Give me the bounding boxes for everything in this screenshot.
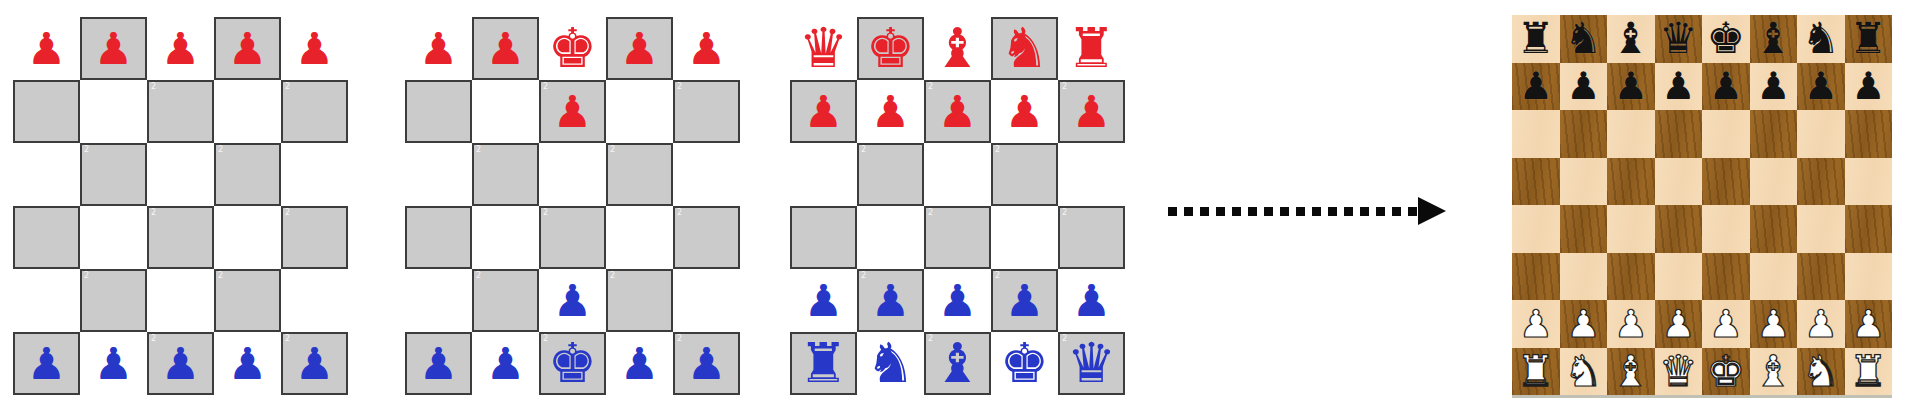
blue-pawn: ♟ (804, 279, 843, 323)
corner-mark-artifact: 2 (151, 334, 156, 343)
pawns-and-kings-minichess-square-r6c4: ♟ (606, 332, 673, 395)
white-pawn: ♟ (1851, 305, 1885, 343)
red-pawn: ♟ (486, 27, 525, 71)
white-king: ♚ (1706, 350, 1745, 393)
pawns-only-minichess-square-r1c1: ♟ (13, 17, 80, 80)
pawns-only-minichess-square-r1c5: ♟ (281, 17, 348, 80)
white-knight: ♞ (1564, 350, 1603, 393)
pawns-and-kings-minichess-square-r5c5 (673, 269, 740, 332)
pawns-only-minichess-square-r6c3: 2♟ (147, 332, 214, 395)
standard-chessboard-square-r4c7 (1797, 158, 1845, 206)
pawns-only-minichess-square-r4c3: 2 (147, 206, 214, 269)
standard-chessboard-square-r5c1 (1512, 205, 1560, 253)
black-rook: ♜ (1516, 17, 1555, 60)
blue-bishop: ♝ (933, 336, 982, 391)
pawns-only-minichess-square-r2c2 (80, 80, 147, 143)
red-king: ♚ (548, 21, 597, 76)
full-army-minichess-square-r2c4: ♟ (991, 80, 1058, 143)
standard-chessboard-square-r1c5: ♚ (1702, 15, 1750, 63)
black-pawn: ♟ (1519, 67, 1553, 105)
pawns-and-kings-minichess-square-r1c2: ♟ (472, 17, 539, 80)
pawns-and-kings-minichess-square-r3c4: 2 (606, 143, 673, 206)
red-pawn: ♟ (804, 90, 843, 134)
pawns-and-kings-minichess-square-r1c1: ♟ (405, 17, 472, 80)
full-army-minichess-square-r4c1 (790, 206, 857, 269)
red-pawn: ♟ (687, 27, 726, 71)
red-pawn: ♟ (295, 27, 334, 71)
full-army-minichess-square-r5c2: 2♟ (857, 269, 924, 332)
progression-arrow (1168, 196, 1448, 226)
full-army-minichess-square-r3c4: 2 (991, 143, 1058, 206)
standard-chessboard-square-r1c7: ♞ (1797, 15, 1845, 63)
corner-mark-artifact: 2 (151, 82, 156, 91)
pawns-and-kings-minichess-square-r5c2: 2 (472, 269, 539, 332)
standard-chessboard-square-r1c8: ♜ (1845, 15, 1893, 63)
red-pawn: ♟ (1005, 90, 1044, 134)
corner-mark-artifact: 2 (610, 271, 615, 280)
arrow-dashed-line (1168, 207, 1420, 216)
black-knight: ♞ (1801, 17, 1840, 60)
blue-pawn: ♟ (553, 279, 592, 323)
pawns-and-kings-minichess-square-r4c5: 2 (673, 206, 740, 269)
white-pawn: ♟ (1756, 305, 1790, 343)
red-pawn: ♟ (620, 27, 659, 71)
corner-mark-artifact: 2 (1062, 208, 1067, 217)
pawns-and-kings-minichess-square-r5c1 (405, 269, 472, 332)
pawns-only-minichess-square-r2c3: 2 (147, 80, 214, 143)
full-army-minichess-square-r1c3: ♝ (924, 17, 991, 80)
pawns-and-kings-minichess-square-r2c2 (472, 80, 539, 143)
blue-pawn: ♟ (94, 342, 133, 386)
red-pawn: ♟ (27, 27, 66, 71)
blue-pawn: ♟ (161, 342, 200, 386)
blue-pawn: ♟ (1005, 279, 1044, 323)
black-pawn: ♟ (1756, 67, 1790, 105)
standard-chessboard-square-r2c7: ♟ (1797, 63, 1845, 111)
black-pawn: ♟ (1661, 67, 1695, 105)
pawns-and-kings-minichess-square-r4c4 (606, 206, 673, 269)
standard-chessboard-square-r1c6: ♝ (1750, 15, 1798, 63)
pawns-and-kings-minichess-square-r3c2: 2 (472, 143, 539, 206)
full-army-minichess-square-r4c5: 2 (1058, 206, 1125, 269)
standard-chessboard-square-r8c8: ♜ (1845, 348, 1893, 396)
blue-knight: ♞ (866, 336, 915, 391)
full-army-minichess-square-r3c1 (790, 143, 857, 206)
standard-chessboard-square-r4c2 (1560, 158, 1608, 206)
black-bishop: ♝ (1754, 17, 1793, 60)
full-army-minichess-square-r4c3: 2 (924, 206, 991, 269)
white-pawn: ♟ (1804, 305, 1838, 343)
white-pawn: ♟ (1709, 305, 1743, 343)
full-army-minichess-square-r2c2: ♟ (857, 80, 924, 143)
blue-pawn: ♟ (295, 342, 334, 386)
blue-pawn: ♟ (871, 279, 910, 323)
pawns-and-kings-minichess-square-r1c4: ♟ (606, 17, 673, 80)
corner-mark-artifact: 2 (543, 334, 548, 343)
red-pawn: ♟ (938, 90, 977, 134)
pawns-only-minichess-square-r3c4: 2 (214, 143, 281, 206)
red-king: ♚ (866, 21, 915, 76)
pawns-and-kings-minichess-square-r4c1 (405, 206, 472, 269)
black-queen: ♛ (1659, 17, 1698, 60)
pawns-and-kings-minichess-square-r2c3: 2♟ (539, 80, 606, 143)
full-army-minichess-square-r2c5: 2♟ (1058, 80, 1125, 143)
standard-chessboard-square-r7c2: ♟ (1560, 300, 1608, 348)
corner-mark-artifact: 2 (285, 208, 290, 217)
standard-chessboard-square-r8c5: ♚ (1702, 348, 1750, 396)
chess-evolution-figure: ♟♟♟♟♟22222222♟♟2♟♟2♟ ♟♟♚♟♟2♟222222♟2♟♟2♚… (0, 0, 1906, 410)
red-pawn: ♟ (871, 90, 910, 134)
standard-chessboard-square-r6c1 (1512, 253, 1560, 301)
corner-mark-artifact: 2 (543, 208, 548, 217)
blue-pawn: ♟ (687, 342, 726, 386)
black-pawn: ♟ (1709, 67, 1743, 105)
blue-pawn: ♟ (419, 342, 458, 386)
black-knight: ♞ (1564, 17, 1603, 60)
board-full-army-minichess: ♛♚♝♞♜♟♟2♟♟2♟2222♟2♟♟2♟♟♜♞2♝♚2♛ (790, 17, 1125, 395)
pawns-only-minichess-square-r1c3: ♟ (147, 17, 214, 80)
pawns-only-minichess-square-r4c4 (214, 206, 281, 269)
standard-chessboard-square-r8c6: ♝ (1750, 348, 1798, 396)
corner-mark-artifact: 2 (543, 82, 548, 91)
standard-chessboard-square-r5c4 (1655, 205, 1703, 253)
red-rook: ♜ (1067, 21, 1116, 76)
pawns-only-minichess-square-r1c2: ♟ (80, 17, 147, 80)
full-army-minichess-square-r4c4 (991, 206, 1058, 269)
standard-chessboard-square-r2c5: ♟ (1702, 63, 1750, 111)
full-army-minichess-square-r6c5: 2♛ (1058, 332, 1125, 395)
pawns-and-kings-minichess-square-r1c3: ♚ (539, 17, 606, 80)
blue-king: ♚ (548, 336, 597, 391)
standard-chessboard-square-r8c4: ♛ (1655, 348, 1703, 396)
standard-chessboard-square-r5c3 (1607, 205, 1655, 253)
pawns-and-kings-minichess-square-r6c3: 2♚ (539, 332, 606, 395)
black-bishop: ♝ (1611, 17, 1650, 60)
full-army-minichess-square-r1c1: ♛ (790, 17, 857, 80)
standard-chessboard-square-r6c3 (1607, 253, 1655, 301)
corner-mark-artifact: 2 (995, 145, 1000, 154)
blue-pawn: ♟ (1072, 279, 1111, 323)
blue-pawn: ♟ (27, 342, 66, 386)
full-army-minichess-square-r5c3: ♟ (924, 269, 991, 332)
standard-chessboard-square-r3c4 (1655, 110, 1703, 158)
corner-mark-artifact: 2 (1062, 334, 1067, 343)
pawns-and-kings-minichess-square-r2c1 (405, 80, 472, 143)
blue-pawn: ♟ (486, 342, 525, 386)
black-pawn: ♟ (1804, 67, 1838, 105)
corner-mark-artifact: 2 (928, 334, 933, 343)
red-pawn: ♟ (419, 27, 458, 71)
pawns-only-minichess-square-r4c5: 2 (281, 206, 348, 269)
black-rook: ♜ (1849, 17, 1888, 60)
pawns-only-minichess-square-r3c2: 2 (80, 143, 147, 206)
board-pawns-only-minichess: ♟♟♟♟♟22222222♟♟2♟♟2♟ (13, 17, 348, 395)
white-rook: ♜ (1516, 350, 1555, 393)
pawns-and-kings-minichess-square-r3c5 (673, 143, 740, 206)
standard-chessboard-square-r7c7: ♟ (1797, 300, 1845, 348)
standard-chessboard-square-r6c7 (1797, 253, 1845, 301)
standard-chessboard-square-r3c3 (1607, 110, 1655, 158)
full-army-minichess-square-r1c5: ♜ (1058, 17, 1125, 80)
white-bishop: ♝ (1754, 350, 1793, 393)
pawns-only-minichess-square-r5c5 (281, 269, 348, 332)
corner-mark-artifact: 2 (677, 82, 682, 91)
full-army-minichess-square-r2c3: 2♟ (924, 80, 991, 143)
corner-mark-artifact: 2 (928, 82, 933, 91)
standard-chessboard-square-r1c3: ♝ (1607, 15, 1655, 63)
white-pawn: ♟ (1661, 305, 1695, 343)
full-army-minichess-square-r6c4: ♚ (991, 332, 1058, 395)
corner-mark-artifact: 2 (218, 271, 223, 280)
white-bishop: ♝ (1611, 350, 1650, 393)
pawns-only-minichess-square-r2c4 (214, 80, 281, 143)
standard-chessboard-square-r3c2 (1560, 110, 1608, 158)
pawns-only-minichess-square-r3c1 (13, 143, 80, 206)
white-knight: ♞ (1801, 350, 1840, 393)
pawns-and-kings-minichess-square-r4c2 (472, 206, 539, 269)
standard-chessboard-square-r3c5 (1702, 110, 1750, 158)
corner-mark-artifact: 2 (476, 145, 481, 154)
corner-mark-artifact: 2 (861, 271, 866, 280)
pawns-only-minichess-square-r5c4: 2 (214, 269, 281, 332)
standard-chessboard-square-r8c1: ♜ (1512, 348, 1560, 396)
corner-mark-artifact: 2 (677, 334, 682, 343)
corner-mark-artifact: 2 (218, 145, 223, 154)
standard-chessboard-square-r4c4 (1655, 158, 1703, 206)
full-army-minichess-square-r3c3 (924, 143, 991, 206)
full-army-minichess-square-r5c1: ♟ (790, 269, 857, 332)
red-queen: ♛ (799, 21, 848, 76)
standard-chessboard-square-r6c6 (1750, 253, 1798, 301)
full-army-minichess-square-r1c4: ♞ (991, 17, 1058, 80)
standard-chessboard-square-r2c3: ♟ (1607, 63, 1655, 111)
standard-chessboard-square-r6c4 (1655, 253, 1703, 301)
corner-mark-artifact: 2 (861, 145, 866, 154)
full-army-minichess-square-r5c4: 2♟ (991, 269, 1058, 332)
blue-pawn: ♟ (228, 342, 267, 386)
full-army-minichess-square-r4c2 (857, 206, 924, 269)
white-pawn: ♟ (1519, 305, 1553, 343)
blue-pawn: ♟ (938, 279, 977, 323)
standard-chessboard-square-r3c8 (1845, 110, 1893, 158)
full-army-minichess-square-r2c1: ♟ (790, 80, 857, 143)
corner-mark-artifact: 2 (677, 208, 682, 217)
pawns-and-kings-minichess-square-r3c3 (539, 143, 606, 206)
corner-mark-artifact: 2 (84, 271, 89, 280)
corner-mark-artifact: 2 (1062, 82, 1067, 91)
corner-mark-artifact: 2 (995, 271, 1000, 280)
red-pawn: ♟ (228, 27, 267, 71)
standard-chessboard-square-r2c1: ♟ (1512, 63, 1560, 111)
black-pawn: ♟ (1614, 67, 1648, 105)
arrow-head (1418, 197, 1446, 225)
corner-mark-artifact: 2 (84, 145, 89, 154)
black-king: ♚ (1706, 17, 1745, 60)
corner-mark-artifact: 2 (285, 334, 290, 343)
red-knight: ♞ (1000, 21, 1049, 76)
standard-chessboard-square-r4c6 (1750, 158, 1798, 206)
standard-chessboard-square-r6c8 (1845, 253, 1893, 301)
red-bishop: ♝ (933, 21, 982, 76)
standard-chessboard-square-r5c7 (1797, 205, 1845, 253)
standard-chessboard-square-r6c5 (1702, 253, 1750, 301)
standard-chessboard-square-r7c6: ♟ (1750, 300, 1798, 348)
standard-chessboard-square-r7c5: ♟ (1702, 300, 1750, 348)
standard-chessboard-square-r7c3: ♟ (1607, 300, 1655, 348)
full-army-minichess-square-r6c1: ♜ (790, 332, 857, 395)
corner-mark-artifact: 2 (610, 145, 615, 154)
pawns-and-kings-minichess-square-r2c5: 2 (673, 80, 740, 143)
standard-chessboard-square-r3c1 (1512, 110, 1560, 158)
pawns-and-kings-minichess-square-r6c5: 2♟ (673, 332, 740, 395)
full-army-minichess-square-r6c3: 2♝ (924, 332, 991, 395)
standard-chessboard-square-r1c2: ♞ (1560, 15, 1608, 63)
standard-chessboard-square-r7c1: ♟ (1512, 300, 1560, 348)
standard-chessboard-square-r8c2: ♞ (1560, 348, 1608, 396)
pawns-and-kings-minichess-square-r6c1: ♟ (405, 332, 472, 395)
standard-chessboard-square-r1c4: ♛ (1655, 15, 1703, 63)
pawns-only-minichess-square-r2c5: 2 (281, 80, 348, 143)
pawns-only-minichess-square-r4c2 (80, 206, 147, 269)
pawns-only-minichess-square-r6c5: 2♟ (281, 332, 348, 395)
standard-chessboard-square-r4c1 (1512, 158, 1560, 206)
white-pawn: ♟ (1614, 305, 1648, 343)
corner-mark-artifact: 2 (151, 208, 156, 217)
pawns-and-kings-minichess-square-r5c3: ♟ (539, 269, 606, 332)
pawns-only-minichess-square-r1c4: ♟ (214, 17, 281, 80)
white-queen: ♛ (1659, 350, 1698, 393)
standard-chessboard-square-r7c4: ♟ (1655, 300, 1703, 348)
pawns-only-minichess-square-r5c2: 2 (80, 269, 147, 332)
board-standard-chessboard: ♜♞♝♛♚♝♞♜♟♟♟♟♟♟♟♟♟♟♟♟♟♟♟♟♜♞♝♛♚♝♞♜ (1512, 15, 1892, 395)
standard-chessboard-square-r5c2 (1560, 205, 1608, 253)
pawns-and-kings-minichess-square-r6c2: ♟ (472, 332, 539, 395)
pawns-and-kings-minichess-square-r2c4 (606, 80, 673, 143)
pawns-only-minichess-square-r6c2: ♟ (80, 332, 147, 395)
standard-chessboard-square-r2c8: ♟ (1845, 63, 1893, 111)
full-army-minichess-square-r1c2: ♚ (857, 17, 924, 80)
standard-chessboard-square-r7c8: ♟ (1845, 300, 1893, 348)
full-army-minichess-square-r5c5: ♟ (1058, 269, 1125, 332)
blue-king: ♚ (1000, 336, 1049, 391)
standard-chessboard-square-r4c3 (1607, 158, 1655, 206)
pawns-and-kings-minichess-square-r4c3: 2 (539, 206, 606, 269)
corner-mark-artifact: 2 (285, 82, 290, 91)
standard-chessboard-square-r5c8 (1845, 205, 1893, 253)
blue-queen: ♛ (1067, 336, 1116, 391)
pawns-only-minichess-square-r3c3 (147, 143, 214, 206)
pawns-only-minichess-square-r6c4: ♟ (214, 332, 281, 395)
pawns-only-minichess-square-r2c1 (13, 80, 80, 143)
red-pawn: ♟ (161, 27, 200, 71)
pawns-and-kings-minichess-square-r5c4: 2 (606, 269, 673, 332)
full-army-minichess-square-r6c2: ♞ (857, 332, 924, 395)
pawns-and-kings-minichess-square-r3c1 (405, 143, 472, 206)
standard-chessboard-square-r4c5 (1702, 158, 1750, 206)
standard-chessboard-square-r8c7: ♞ (1797, 348, 1845, 396)
black-pawn: ♟ (1851, 67, 1885, 105)
standard-chessboard-square-r2c6: ♟ (1750, 63, 1798, 111)
blue-pawn: ♟ (620, 342, 659, 386)
pawns-only-minichess-square-r5c3 (147, 269, 214, 332)
standard-chessboard-square-r3c6 (1750, 110, 1798, 158)
standard-chessboard-square-r3c7 (1797, 110, 1845, 158)
standard-chessboard-square-r2c4: ♟ (1655, 63, 1703, 111)
standard-chessboard-square-r5c6 (1750, 205, 1798, 253)
corner-mark-artifact: 2 (928, 208, 933, 217)
full-army-minichess-square-r3c5 (1058, 143, 1125, 206)
full-army-minichess-square-r3c2: 2 (857, 143, 924, 206)
pawns-only-minichess-square-r4c1 (13, 206, 80, 269)
board-pawns-and-kings-minichess: ♟♟♚♟♟2♟222222♟2♟♟2♚♟2♟ (405, 17, 740, 395)
black-pawn: ♟ (1566, 67, 1600, 105)
standard-chessboard-square-r2c2: ♟ (1560, 63, 1608, 111)
white-pawn: ♟ (1566, 305, 1600, 343)
standard-chessboard-square-r1c1: ♜ (1512, 15, 1560, 63)
white-rook: ♜ (1849, 350, 1888, 393)
standard-chessboard-square-r5c5 (1702, 205, 1750, 253)
standard-chessboard-square-r4c8 (1845, 158, 1893, 206)
pawns-only-minichess-square-r6c1: ♟ (13, 332, 80, 395)
standard-chessboard-square-r6c2 (1560, 253, 1608, 301)
pawns-and-kings-minichess-square-r1c5: ♟ (673, 17, 740, 80)
corner-mark-artifact: 2 (476, 271, 481, 280)
red-pawn: ♟ (1072, 90, 1111, 134)
pawns-only-minichess-square-r3c5 (281, 143, 348, 206)
red-pawn: ♟ (553, 90, 592, 134)
standard-chessboard-square-r8c3: ♝ (1607, 348, 1655, 396)
red-pawn: ♟ (94, 27, 133, 71)
pawns-only-minichess-square-r5c1 (13, 269, 80, 332)
blue-rook: ♜ (799, 336, 848, 391)
